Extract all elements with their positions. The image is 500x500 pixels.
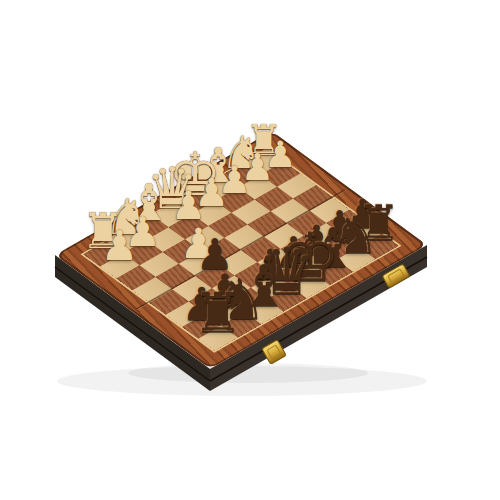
product-photo-folding-chess-set: ♜♞♝♛♚♝♞♜♟♟♟♟♟♟♟♟♟♟♟♟♟♟♟♟♜♞♝♛♚♝♞♜	[0, 0, 500, 500]
